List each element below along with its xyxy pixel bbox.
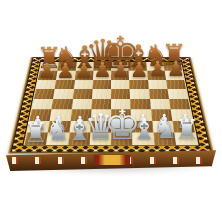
- piece-copper-pawn-a7[interactable]: ♟: [38, 61, 57, 82]
- chess-set-photo: ♜♞♝♛♚♝♞♜♟♟♟♟♟♟♟♟♟♟♟♟♟♟♟♟♜♞♝♛♚♝♞♜: [0, 0, 222, 222]
- piece-silver-rook-h1[interactable]: ♜: [175, 116, 199, 143]
- piece-copper-pawn-g7[interactable]: ♟: [148, 59, 167, 80]
- pieces-layer: ♜♞♝♛♚♝♞♜♟♟♟♟♟♟♟♟♟♟♟♟♟♟♟♟♜♞♝♛♚♝♞♜: [0, 0, 222, 222]
- piece-copper-pawn-e7[interactable]: ♟: [111, 60, 130, 81]
- piece-copper-pawn-h7[interactable]: ♟: [167, 59, 186, 80]
- piece-copper-pawn-d7[interactable]: ♟: [93, 60, 112, 81]
- piece-copper-pawn-b7[interactable]: ♟: [56, 61, 75, 82]
- piece-copper-pawn-f7[interactable]: ♟: [130, 59, 149, 80]
- piece-copper-pawn-c7[interactable]: ♟: [74, 60, 93, 81]
